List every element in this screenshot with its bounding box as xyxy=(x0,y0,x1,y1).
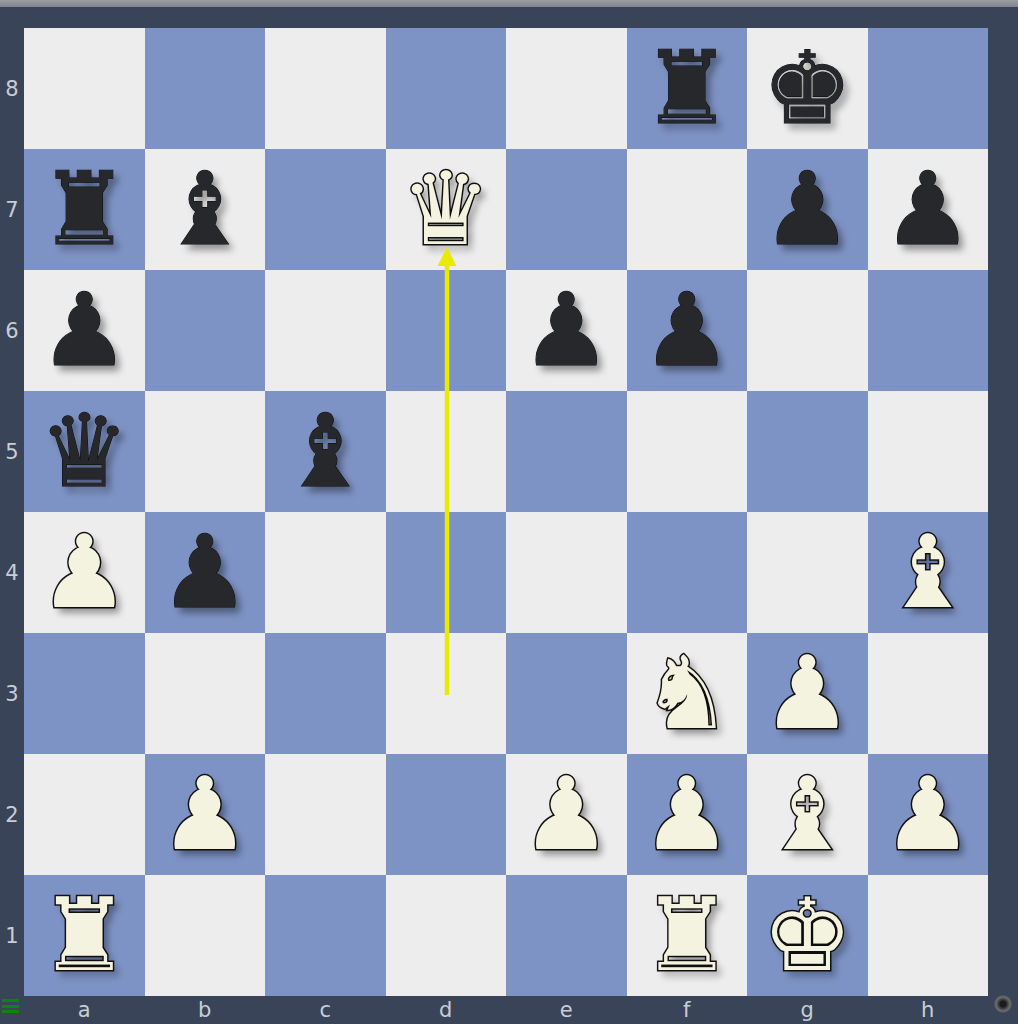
square-f4[interactable] xyxy=(627,512,748,633)
square-a2[interactable] xyxy=(24,754,145,875)
square-b5[interactable] xyxy=(145,391,266,512)
rank-label-3: 3 xyxy=(0,633,24,754)
piece-white-king[interactable]: ♚ xyxy=(762,885,853,986)
square-f2[interactable]: ♟ xyxy=(627,754,748,875)
square-f1[interactable]: ♜ xyxy=(627,875,748,996)
piece-white-knight[interactable]: ♞ xyxy=(641,643,732,744)
square-e4[interactable] xyxy=(506,512,627,633)
piece-white-pawn[interactable]: ♟ xyxy=(762,643,853,744)
square-c3[interactable] xyxy=(265,633,386,754)
square-b4[interactable]: ♟ xyxy=(145,512,266,633)
piece-black-bishop[interactable]: ♝ xyxy=(280,401,371,502)
square-d2[interactable] xyxy=(386,754,507,875)
square-a8[interactable] xyxy=(24,28,145,149)
piece-white-rook[interactable]: ♜ xyxy=(39,885,130,986)
square-f3[interactable]: ♞ xyxy=(627,633,748,754)
square-c6[interactable] xyxy=(265,270,386,391)
square-e3[interactable] xyxy=(506,633,627,754)
square-d3[interactable] xyxy=(386,633,507,754)
square-b1[interactable] xyxy=(145,875,266,996)
square-g8[interactable]: ♚ xyxy=(747,28,868,149)
piece-white-pawn[interactable]: ♟ xyxy=(159,764,250,865)
square-d4[interactable] xyxy=(386,512,507,633)
square-a3[interactable] xyxy=(24,633,145,754)
square-b2[interactable]: ♟ xyxy=(145,754,266,875)
file-label-h: h xyxy=(868,996,989,1024)
rank-label-1: 1 xyxy=(0,875,24,996)
rank-label-5: 5 xyxy=(0,391,24,512)
file-labels: abcdefgh xyxy=(24,996,988,1024)
rank-label-7: 7 xyxy=(0,149,24,270)
square-f6[interactable]: ♟ xyxy=(627,270,748,391)
file-label-d: d xyxy=(386,996,507,1024)
piece-black-rook[interactable]: ♜ xyxy=(39,159,130,260)
square-g5[interactable] xyxy=(747,391,868,512)
square-d6[interactable] xyxy=(386,270,507,391)
piece-white-pawn[interactable]: ♟ xyxy=(882,764,973,865)
square-a4[interactable]: ♟ xyxy=(24,512,145,633)
square-a6[interactable]: ♟ xyxy=(24,270,145,391)
file-label-f: f xyxy=(627,996,748,1024)
square-h7[interactable]: ♟ xyxy=(868,149,989,270)
square-g2[interactable]: ♝ xyxy=(747,754,868,875)
piece-black-pawn[interactable]: ♟ xyxy=(641,280,732,381)
piece-white-pawn[interactable]: ♟ xyxy=(521,764,612,865)
square-e8[interactable] xyxy=(506,28,627,149)
rank-label-6: 6 xyxy=(0,270,24,391)
file-label-a: a xyxy=(24,996,145,1024)
square-c4[interactable] xyxy=(265,512,386,633)
piece-black-pawn[interactable]: ♟ xyxy=(39,280,130,381)
chess-board[interactable]: ♜♚♜♝♛♟♟♟♟♟♛♝♟♟♝♞♟♟♟♟♝♟♜♜♚ xyxy=(24,28,988,996)
square-c2[interactable] xyxy=(265,754,386,875)
green-menu-icon[interactable] xyxy=(2,999,19,1015)
square-a7[interactable]: ♜ xyxy=(24,149,145,270)
square-b7[interactable]: ♝ xyxy=(145,149,266,270)
record-dot-button[interactable] xyxy=(994,995,1012,1013)
square-d7[interactable]: ♛ xyxy=(386,149,507,270)
square-g1[interactable]: ♚ xyxy=(747,875,868,996)
square-c8[interactable] xyxy=(265,28,386,149)
piece-black-bishop[interactable]: ♝ xyxy=(159,159,250,260)
square-h5[interactable] xyxy=(868,391,989,512)
piece-black-pawn[interactable]: ♟ xyxy=(159,522,250,623)
rank-label-8: 8 xyxy=(0,28,24,149)
piece-black-rook[interactable]: ♜ xyxy=(641,38,732,139)
piece-white-bishop[interactable]: ♝ xyxy=(882,522,973,623)
piece-black-pawn[interactable]: ♟ xyxy=(762,159,853,260)
square-g6[interactable] xyxy=(747,270,868,391)
square-c5[interactable]: ♝ xyxy=(265,391,386,512)
square-f5[interactable] xyxy=(627,391,748,512)
square-d1[interactable] xyxy=(386,875,507,996)
square-g3[interactable]: ♟ xyxy=(747,633,868,754)
square-e1[interactable] xyxy=(506,875,627,996)
rank-label-2: 2 xyxy=(0,754,24,875)
square-e2[interactable]: ♟ xyxy=(506,754,627,875)
square-a1[interactable]: ♜ xyxy=(24,875,145,996)
square-c1[interactable] xyxy=(265,875,386,996)
file-label-c: c xyxy=(265,996,386,1024)
square-b6[interactable] xyxy=(145,270,266,391)
square-d5[interactable] xyxy=(386,391,507,512)
square-b8[interactable] xyxy=(145,28,266,149)
square-h1[interactable] xyxy=(868,875,989,996)
square-e5[interactable] xyxy=(506,391,627,512)
window-top-strip xyxy=(0,0,1018,7)
square-e6[interactable]: ♟ xyxy=(506,270,627,391)
piece-white-rook[interactable]: ♜ xyxy=(641,885,732,986)
piece-white-bishop[interactable]: ♝ xyxy=(762,764,853,865)
file-label-g: g xyxy=(747,996,868,1024)
piece-black-pawn[interactable]: ♟ xyxy=(521,280,612,381)
piece-white-queen[interactable]: ♛ xyxy=(400,159,491,260)
file-label-b: b xyxy=(145,996,266,1024)
square-h4[interactable]: ♝ xyxy=(868,512,989,633)
square-b3[interactable] xyxy=(145,633,266,754)
piece-white-pawn[interactable]: ♟ xyxy=(641,764,732,865)
square-g7[interactable]: ♟ xyxy=(747,149,868,270)
square-e7[interactable] xyxy=(506,149,627,270)
square-f8[interactable]: ♜ xyxy=(627,28,748,149)
piece-black-king[interactable]: ♚ xyxy=(762,38,853,139)
square-g4[interactable] xyxy=(747,512,868,633)
square-h8[interactable] xyxy=(868,28,989,149)
file-label-e: e xyxy=(506,996,627,1024)
piece-white-pawn[interactable]: ♟ xyxy=(39,522,130,623)
square-f7[interactable] xyxy=(627,149,748,270)
piece-black-queen[interactable]: ♛ xyxy=(39,401,130,502)
square-h2[interactable]: ♟ xyxy=(868,754,989,875)
square-a5[interactable]: ♛ xyxy=(24,391,145,512)
square-h6[interactable] xyxy=(868,270,989,391)
rank-label-4: 4 xyxy=(0,512,24,633)
rank-labels: 87654321 xyxy=(0,28,24,996)
piece-black-pawn[interactable]: ♟ xyxy=(882,159,973,260)
square-h3[interactable] xyxy=(868,633,989,754)
square-c7[interactable] xyxy=(265,149,386,270)
square-d8[interactable] xyxy=(386,28,507,149)
